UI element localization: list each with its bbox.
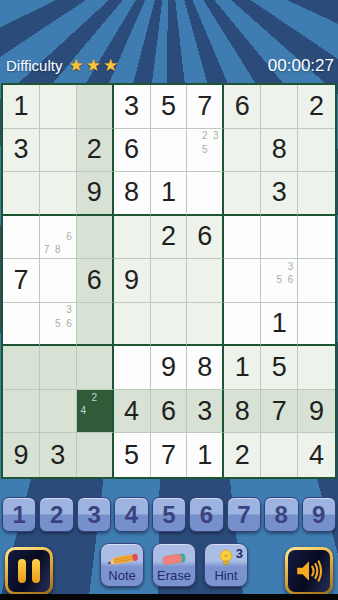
cell-r2c9[interactable] <box>298 129 335 173</box>
pencil-notes: 235 <box>188 130 221 171</box>
pencil-notes: 356 <box>262 260 296 301</box>
given-digit: 9 <box>87 179 102 206</box>
given-digit: 4 <box>309 442 324 469</box>
given-digit: 6 <box>87 267 102 294</box>
star-icon: ★ <box>103 57 118 74</box>
cell-r1c7[interactable]: 6 <box>224 85 261 129</box>
numpad-button-7[interactable]: 7 <box>227 497 261 532</box>
given-digit: 7 <box>13 267 28 294</box>
given-digit: 8 <box>197 354 212 381</box>
cell-r8c8[interactable]: 7 <box>261 390 298 434</box>
given-digit: 2 <box>161 223 176 250</box>
cell-r1c8[interactable] <box>261 85 298 129</box>
cell-r7c1[interactable] <box>3 346 40 390</box>
cell-r1c4[interactable]: 3 <box>114 85 151 129</box>
cell-r2c7[interactable] <box>224 129 261 173</box>
sudoku-board: 1357623262358981367826769356356198152446… <box>1 83 337 479</box>
given-digit: 1 <box>272 310 287 337</box>
numpad-button-4[interactable]: 4 <box>114 497 148 532</box>
cell-r6c3[interactable] <box>77 303 114 347</box>
cell-r3c1[interactable] <box>3 172 40 216</box>
given-digit: 3 <box>13 136 28 163</box>
cell-r5c5[interactable] <box>151 259 188 303</box>
lightbulb-icon <box>215 549 237 567</box>
given-digit: 8 <box>235 398 250 425</box>
given-digit: 6 <box>197 223 212 250</box>
cell-r4c8[interactable] <box>261 216 298 260</box>
cell-r5c7[interactable] <box>224 259 261 303</box>
cell-r8c1[interactable] <box>3 390 40 434</box>
cell-r7c8[interactable]: 5 <box>261 346 298 390</box>
cell-r9c6[interactable]: 1 <box>187 433 224 477</box>
cell-r7c4[interactable] <box>114 346 151 390</box>
cell-r9c4[interactable]: 5 <box>114 433 151 477</box>
difficulty-label: Difficulty ★★★ <box>6 57 118 74</box>
cell-r6c6[interactable] <box>187 303 224 347</box>
cell-r1c1[interactable]: 1 <box>3 85 40 129</box>
cell-r8c2[interactable] <box>40 390 77 434</box>
given-digit: 1 <box>13 93 28 120</box>
cell-r8c9[interactable]: 9 <box>298 390 335 434</box>
numpad-button-2[interactable]: 2 <box>39 497 73 532</box>
cell-r7c5[interactable]: 9 <box>151 346 188 390</box>
given-digit: 9 <box>309 398 324 425</box>
cell-r9c5[interactable]: 7 <box>151 433 188 477</box>
cell-r5c1[interactable]: 7 <box>3 259 40 303</box>
given-digit: 8 <box>124 179 139 206</box>
given-digit: 5 <box>161 93 176 120</box>
given-digit: 3 <box>272 179 287 206</box>
cell-r2c8[interactable]: 8 <box>261 129 298 173</box>
difficulty-text: Difficulty <box>6 57 62 74</box>
cell-r3c9[interactable] <box>298 172 335 216</box>
given-digit: 3 <box>197 398 212 425</box>
erase-label: Erase <box>157 568 191 583</box>
pencil-notes: 24 <box>78 391 111 432</box>
cell-r9c2[interactable]: 3 <box>40 433 77 477</box>
bottom-bar <box>0 594 338 600</box>
given-digit: 5 <box>124 442 139 469</box>
given-digit: 7 <box>161 442 176 469</box>
given-digit: 6 <box>161 398 176 425</box>
given-digit: 9 <box>13 442 28 469</box>
cell-r6c5[interactable] <box>151 303 188 347</box>
given-digit: 2 <box>235 442 250 469</box>
given-digit: 1 <box>161 179 176 206</box>
cell-r3c5[interactable]: 1 <box>151 172 188 216</box>
cell-r6c7[interactable] <box>224 303 261 347</box>
note-label: Note <box>108 568 135 583</box>
cell-r8c5[interactable]: 6 <box>151 390 188 434</box>
difficulty-stars: ★★★ <box>68 57 118 74</box>
app-screen: Difficulty ★★★ 00:00:27 1357623262358981… <box>0 0 338 600</box>
cell-r1c6[interactable]: 7 <box>187 85 224 129</box>
pause-icon <box>8 550 50 592</box>
cell-r4c6[interactable]: 6 <box>187 216 224 260</box>
given-digit: 2 <box>87 136 102 163</box>
cell-r1c9[interactable]: 2 <box>298 85 335 129</box>
cell-r2c6[interactable]: 235 <box>187 129 224 173</box>
cell-r8c4[interactable]: 4 <box>114 390 151 434</box>
cell-r2c3[interactable]: 2 <box>77 129 114 173</box>
given-digit: 8 <box>272 136 287 163</box>
hint-label: Hint <box>214 568 237 583</box>
cell-r7c2[interactable] <box>40 346 77 390</box>
star-icon: ★ <box>86 57 101 74</box>
cell-r6c1[interactable] <box>3 303 40 347</box>
given-digit: 7 <box>197 93 212 120</box>
given-digit: 6 <box>124 136 139 163</box>
cell-r4c9[interactable] <box>298 216 335 260</box>
numpad-button-5[interactable]: 5 <box>152 497 186 532</box>
numpad-button-1[interactable]: 1 <box>2 497 36 532</box>
cell-r7c6[interactable]: 8 <box>187 346 224 390</box>
cell-r3c3[interactable]: 9 <box>77 172 114 216</box>
number-pad: 123456789 <box>2 497 336 532</box>
given-digit: 6 <box>235 93 250 120</box>
cell-r1c2[interactable] <box>40 85 77 129</box>
numpad-button-8[interactable]: 8 <box>264 497 298 532</box>
pause-button[interactable] <box>5 547 53 595</box>
given-digit: 5 <box>272 354 287 381</box>
pencil-notes: 356 <box>41 304 75 344</box>
given-digit: 2 <box>309 93 324 120</box>
cell-r2c4[interactable]: 6 <box>114 129 151 173</box>
cell-r1c3[interactable] <box>77 85 114 129</box>
pencil-notes: 678 <box>41 217 75 258</box>
cell-r2c1[interactable]: 3 <box>3 129 40 173</box>
cell-r5c4[interactable]: 9 <box>114 259 151 303</box>
cell-r5c6[interactable] <box>187 259 224 303</box>
cell-r3c7[interactable] <box>224 172 261 216</box>
hint-button[interactable]: 3 Hint <box>204 543 248 587</box>
cell-r8c7[interactable]: 8 <box>224 390 261 434</box>
given-digit: 7 <box>272 398 287 425</box>
cell-r9c9[interactable]: 4 <box>298 433 335 477</box>
eraser-icon <box>157 549 191 567</box>
speaker-icon <box>294 558 324 584</box>
cell-r5c9[interactable] <box>298 259 335 303</box>
given-digit: 4 <box>124 398 139 425</box>
cell-r8c6[interactable]: 3 <box>187 390 224 434</box>
cell-r4c1[interactable] <box>3 216 40 260</box>
cell-r6c9[interactable] <box>298 303 335 347</box>
cell-r5c8[interactable]: 356 <box>261 259 298 303</box>
cell-r3c6[interactable] <box>187 172 224 216</box>
cell-r9c1[interactable]: 9 <box>3 433 40 477</box>
cell-r3c4[interactable]: 8 <box>114 172 151 216</box>
cell-r2c2[interactable] <box>40 129 77 173</box>
cell-r8c3[interactable]: 24 <box>77 390 114 434</box>
given-digit: 1 <box>197 442 212 469</box>
timer: 00:00:27 <box>268 56 334 76</box>
given-digit: 9 <box>124 267 139 294</box>
cell-r1c5[interactable]: 5 <box>151 85 188 129</box>
given-digit: 3 <box>50 442 65 469</box>
given-digit: 3 <box>124 93 139 120</box>
cell-r9c8[interactable] <box>261 433 298 477</box>
cell-r3c2[interactable] <box>40 172 77 216</box>
cell-r7c7[interactable]: 1 <box>224 346 261 390</box>
cell-r4c3[interactable] <box>77 216 114 260</box>
hint-count-badge: 3 <box>236 546 243 561</box>
sound-button[interactable] <box>285 547 333 595</box>
pencil-icon <box>105 549 139 567</box>
cell-r7c3[interactable] <box>77 346 114 390</box>
given-digit: 1 <box>235 354 250 381</box>
numpad-button-3[interactable]: 3 <box>77 497 111 532</box>
cell-r9c3[interactable] <box>77 433 114 477</box>
cell-r6c2[interactable]: 356 <box>40 303 77 347</box>
given-digit: 9 <box>161 354 176 381</box>
cell-r7c9[interactable] <box>298 346 335 390</box>
cell-r6c4[interactable] <box>114 303 151 347</box>
cell-r4c7[interactable] <box>224 216 261 260</box>
cell-r2c5[interactable] <box>151 129 188 173</box>
note-button[interactable]: Note <box>100 543 144 587</box>
erase-button[interactable]: Erase <box>152 543 196 587</box>
cell-r4c5[interactable]: 2 <box>151 216 188 260</box>
numpad-button-6[interactable]: 6 <box>189 497 223 532</box>
cell-r4c2[interactable]: 678 <box>40 216 77 260</box>
cell-r6c8[interactable]: 1 <box>261 303 298 347</box>
cell-r4c4[interactable] <box>114 216 151 260</box>
cell-r5c2[interactable] <box>40 259 77 303</box>
star-icon: ★ <box>68 57 83 74</box>
cell-r3c8[interactable]: 3 <box>261 172 298 216</box>
cell-r9c7[interactable]: 2 <box>224 433 261 477</box>
numpad-button-9[interactable]: 9 <box>302 497 336 532</box>
cell-r5c3[interactable]: 6 <box>77 259 114 303</box>
